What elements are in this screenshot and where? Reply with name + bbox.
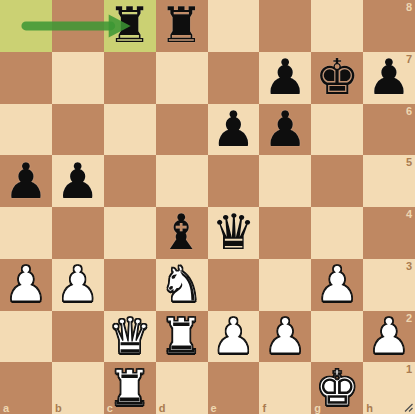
square-h5[interactable]: 5 xyxy=(363,155,415,207)
square-b3[interactable]: ♟ xyxy=(52,259,104,311)
black-pawn-piece[interactable]: ♟ xyxy=(0,155,52,207)
square-g1[interactable]: g♚ xyxy=(311,362,363,414)
square-f5[interactable] xyxy=(259,155,311,207)
rank-label-1: 1 xyxy=(406,363,412,375)
rank-label-3: 3 xyxy=(406,260,412,272)
square-a1[interactable]: a xyxy=(0,362,52,414)
black-pawn-piece[interactable]: ♟ xyxy=(208,104,260,156)
white-queen-piece[interactable]: ♛ xyxy=(104,311,156,363)
square-h6[interactable]: 6 xyxy=(363,104,415,156)
square-d3[interactable]: ♞ xyxy=(156,259,208,311)
square-c7[interactable] xyxy=(104,52,156,104)
file-label-h: h xyxy=(366,402,373,414)
white-knight-piece[interactable]: ♞ xyxy=(156,259,208,311)
white-pawn-piece[interactable]: ♟ xyxy=(259,311,311,363)
white-pawn-piece[interactable]: ♟ xyxy=(208,311,260,363)
chess-board: ♜♜8♟♚7♟♟♟6♟♟5♝♛4♟♟♞♟3♛♜♟♟2♟abc♜defg♚1h xyxy=(0,0,415,414)
black-king-piece[interactable]: ♚ xyxy=(311,52,363,104)
square-g2[interactable] xyxy=(311,311,363,363)
file-label-a: a xyxy=(3,402,9,414)
square-a3[interactable]: ♟ xyxy=(0,259,52,311)
square-c3[interactable] xyxy=(104,259,156,311)
black-rook-piece[interactable]: ♜ xyxy=(104,0,156,52)
square-a8[interactable] xyxy=(0,0,52,52)
square-b4[interactable] xyxy=(52,207,104,259)
square-c8[interactable]: ♜ xyxy=(104,0,156,52)
square-d2[interactable]: ♜ xyxy=(156,311,208,363)
rank-label-5: 5 xyxy=(406,156,412,168)
square-g7[interactable]: ♚ xyxy=(311,52,363,104)
black-queen-piece[interactable]: ♛ xyxy=(208,207,260,259)
white-rook-piece[interactable]: ♜ xyxy=(156,311,208,363)
square-b7[interactable] xyxy=(52,52,104,104)
square-c1[interactable]: c♜ xyxy=(104,362,156,414)
square-e6[interactable]: ♟ xyxy=(208,104,260,156)
rank-label-8: 8 xyxy=(406,1,412,13)
square-h2[interactable]: 2♟ xyxy=(363,311,415,363)
white-pawn-piece[interactable]: ♟ xyxy=(52,259,104,311)
square-a6[interactable] xyxy=(0,104,52,156)
square-b6[interactable] xyxy=(52,104,104,156)
square-f7[interactable]: ♟ xyxy=(259,52,311,104)
black-bishop-piece[interactable]: ♝ xyxy=(156,207,208,259)
square-f8[interactable] xyxy=(259,0,311,52)
square-e2[interactable]: ♟ xyxy=(208,311,260,363)
square-e3[interactable] xyxy=(208,259,260,311)
square-a2[interactable] xyxy=(0,311,52,363)
black-pawn-piece[interactable]: ♟ xyxy=(363,52,415,104)
square-d5[interactable] xyxy=(156,155,208,207)
square-h7[interactable]: 7♟ xyxy=(363,52,415,104)
square-f4[interactable] xyxy=(259,207,311,259)
square-e8[interactable] xyxy=(208,0,260,52)
square-g8[interactable] xyxy=(311,0,363,52)
square-d6[interactable] xyxy=(156,104,208,156)
square-c6[interactable] xyxy=(104,104,156,156)
square-d4[interactable]: ♝ xyxy=(156,207,208,259)
square-h4[interactable]: 4 xyxy=(363,207,415,259)
file-label-e: e xyxy=(211,402,217,414)
square-c4[interactable] xyxy=(104,207,156,259)
square-f6[interactable]: ♟ xyxy=(259,104,311,156)
square-b5[interactable]: ♟ xyxy=(52,155,104,207)
square-h3[interactable]: 3 xyxy=(363,259,415,311)
black-pawn-piece[interactable]: ♟ xyxy=(52,155,104,207)
rank-label-4: 4 xyxy=(406,208,412,220)
white-king-piece[interactable]: ♚ xyxy=(311,362,363,414)
square-d8[interactable]: ♜ xyxy=(156,0,208,52)
square-e7[interactable] xyxy=(208,52,260,104)
square-c5[interactable] xyxy=(104,155,156,207)
square-g5[interactable] xyxy=(311,155,363,207)
square-d1[interactable]: d xyxy=(156,362,208,414)
white-pawn-piece[interactable]: ♟ xyxy=(311,259,363,311)
square-f1[interactable]: f xyxy=(259,362,311,414)
black-pawn-piece[interactable]: ♟ xyxy=(259,52,311,104)
square-c2[interactable]: ♛ xyxy=(104,311,156,363)
square-b8[interactable] xyxy=(52,0,104,52)
white-rook-piece[interactable]: ♜ xyxy=(104,362,156,414)
black-pawn-piece[interactable]: ♟ xyxy=(259,104,311,156)
rank-label-6: 6 xyxy=(406,105,412,117)
square-a5[interactable]: ♟ xyxy=(0,155,52,207)
square-e4[interactable]: ♛ xyxy=(208,207,260,259)
board-resize-handle-icon[interactable] xyxy=(402,401,414,413)
square-h8[interactable]: 8 xyxy=(363,0,415,52)
white-pawn-piece[interactable]: ♟ xyxy=(363,311,415,363)
square-f3[interactable] xyxy=(259,259,311,311)
square-g3[interactable]: ♟ xyxy=(311,259,363,311)
white-pawn-piece[interactable]: ♟ xyxy=(0,259,52,311)
square-f2[interactable]: ♟ xyxy=(259,311,311,363)
square-e5[interactable] xyxy=(208,155,260,207)
file-label-b: b xyxy=(55,402,62,414)
square-b2[interactable] xyxy=(52,311,104,363)
square-b1[interactable]: b xyxy=(52,362,104,414)
square-a7[interactable] xyxy=(0,52,52,104)
square-d7[interactable] xyxy=(156,52,208,104)
black-rook-piece[interactable]: ♜ xyxy=(156,0,208,52)
file-label-f: f xyxy=(262,402,266,414)
square-g4[interactable] xyxy=(311,207,363,259)
file-label-d: d xyxy=(159,402,166,414)
square-e1[interactable]: e xyxy=(208,362,260,414)
square-a4[interactable] xyxy=(0,207,52,259)
square-g6[interactable] xyxy=(311,104,363,156)
